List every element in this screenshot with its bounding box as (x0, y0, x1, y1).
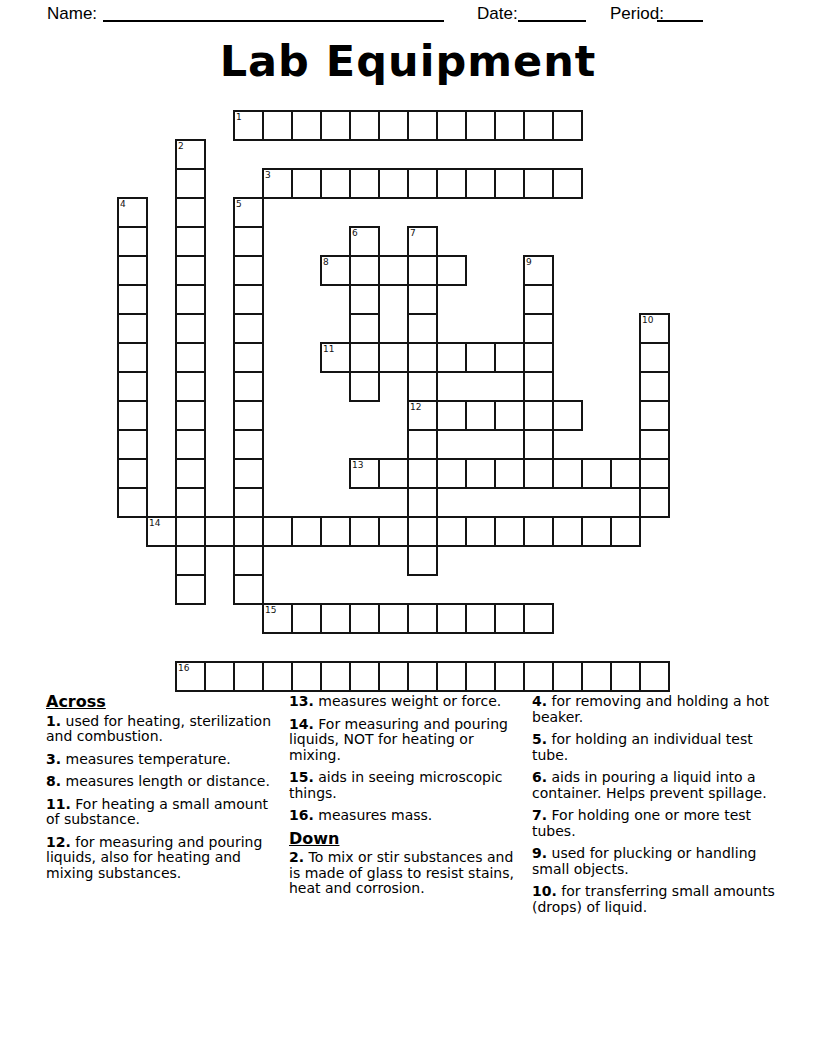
grid-cell[interactable] (465, 458, 496, 489)
grid-cell[interactable]: 6 (349, 226, 380, 257)
grid-cell[interactable] (233, 284, 264, 315)
clue-12: 12. for measuring and pouring liquids, a… (46, 835, 281, 882)
name-label: Name: (47, 4, 97, 24)
grid-cell[interactable] (291, 516, 322, 547)
grid-cell[interactable] (407, 458, 438, 489)
clue-number-label: 12. (46, 834, 71, 850)
grid-cell[interactable] (523, 284, 554, 315)
clue-number: 11 (323, 344, 334, 354)
grid-cell[interactable] (436, 516, 467, 547)
grid-cell[interactable] (233, 574, 264, 605)
grid-cell[interactable] (639, 371, 670, 402)
grid-cell[interactable] (320, 110, 351, 141)
grid-cell[interactable] (175, 371, 206, 402)
grid-cell[interactable] (349, 168, 380, 199)
grid-cell[interactable] (465, 400, 496, 431)
grid-cell[interactable] (175, 197, 206, 228)
clue-number-label: 7. (532, 807, 547, 823)
grid-cell[interactable] (175, 516, 206, 547)
clue-number: 6 (352, 228, 358, 238)
grid-cell[interactable] (552, 458, 583, 489)
grid-cell[interactable] (349, 603, 380, 634)
grid-cell[interactable] (175, 226, 206, 257)
grid-cell[interactable] (233, 313, 264, 344)
clue-number: 7 (410, 228, 416, 238)
clue-7: 7. For holding one or more test tubes. (532, 808, 776, 839)
grid-cell[interactable] (552, 400, 583, 431)
grid-cell[interactable] (465, 516, 496, 547)
clue-number: 4 (120, 199, 126, 209)
period-label: Period: (610, 4, 664, 24)
grid-cell[interactable] (407, 429, 438, 460)
grid-cell[interactable] (117, 313, 148, 344)
clue-list-heading-down: Down (289, 831, 527, 847)
clue-number-label: 15. (289, 769, 314, 785)
grid-cell[interactable]: 15 (262, 603, 293, 634)
grid-cell[interactable] (494, 603, 525, 634)
grid-cell[interactable]: 12 (407, 400, 438, 431)
grid-cell[interactable]: 8 (320, 255, 351, 286)
clue-number-label: 5. (532, 731, 547, 747)
clue-13: 13. measures weight or force. (289, 694, 527, 710)
grid-cell[interactable] (523, 313, 554, 344)
grid-cell[interactable] (117, 342, 148, 373)
grid-cell[interactable] (494, 516, 525, 547)
grid-cell[interactable] (349, 255, 380, 286)
grid-cell[interactable] (117, 458, 148, 489)
grid-cell[interactable] (117, 255, 148, 286)
grid-cell[interactable] (233, 487, 264, 518)
grid-cell[interactable] (523, 168, 554, 199)
grid-cell[interactable] (465, 661, 496, 692)
grid-cell[interactable]: 10 (639, 313, 670, 344)
grid-cell[interactable] (407, 371, 438, 402)
grid-cell[interactable] (320, 516, 351, 547)
clues-column-across: Across1. used for heating, sterilization… (46, 694, 281, 888)
grid-cell[interactable] (407, 603, 438, 634)
grid-cell[interactable] (552, 110, 583, 141)
clue-number: 13 (352, 460, 363, 470)
grid-cell[interactable] (436, 255, 467, 286)
clue-3: 3. measures temperature. (46, 752, 281, 768)
grid-cell[interactable]: 11 (320, 342, 351, 373)
clue-number-label: 16. (289, 807, 314, 823)
clue-number: 2 (178, 141, 184, 151)
grid-cell[interactable] (117, 487, 148, 518)
clue-9: 9. used for plucking or handling small o… (532, 846, 776, 877)
grid-cell[interactable] (552, 661, 583, 692)
clue-11: 11. For heating a small amount of substa… (46, 797, 281, 828)
grid-cell[interactable] (407, 487, 438, 518)
grid-cell[interactable] (262, 661, 293, 692)
grid-cell[interactable]: 5 (233, 197, 264, 228)
grid-cell[interactable] (407, 342, 438, 373)
grid-cell[interactable] (639, 342, 670, 373)
grid-cell[interactable] (436, 110, 467, 141)
grid-cell[interactable] (204, 516, 235, 547)
worksheet-page: Name: Date: Period: Lab Equipment 123456… (0, 0, 816, 1056)
grid-cell[interactable] (262, 516, 293, 547)
grid-cell[interactable] (407, 516, 438, 547)
grid-cell[interactable]: 2 (175, 139, 206, 170)
clue-number-label: 9. (532, 845, 547, 861)
clue-number: 16 (178, 663, 189, 673)
clue-number: 1 (236, 112, 242, 122)
grid-cell[interactable] (610, 661, 641, 692)
grid-cell[interactable] (639, 661, 670, 692)
grid-cell[interactable] (378, 458, 409, 489)
grid-cell[interactable] (117, 284, 148, 315)
grid-cell[interactable] (494, 458, 525, 489)
clue-14: 14. For measuring and pouring liquids, N… (289, 717, 527, 764)
grid-cell[interactable] (610, 458, 641, 489)
grid-cell[interactable] (320, 661, 351, 692)
grid-cell[interactable] (639, 429, 670, 460)
grid-cell[interactable] (233, 458, 264, 489)
grid-cell[interactable] (436, 603, 467, 634)
clues-column-down: 4. for removing and holding a hot beaker… (532, 694, 776, 922)
grid-cell[interactable] (233, 226, 264, 257)
grid-cell[interactable] (378, 661, 409, 692)
clue-10: 10. for transferring small amounts (drop… (532, 884, 776, 915)
grid-cell[interactable] (436, 400, 467, 431)
grid-cell[interactable] (291, 603, 322, 634)
grid-cell[interactable] (175, 458, 206, 489)
grid-cell[interactable] (320, 603, 351, 634)
grid-cell[interactable] (407, 255, 438, 286)
clue-number-label: 3. (46, 751, 61, 767)
grid-cell[interactable] (465, 603, 496, 634)
grid-cell[interactable] (349, 313, 380, 344)
grid-cell[interactable] (233, 661, 264, 692)
grid-cell[interactable] (581, 661, 612, 692)
grid-cell[interactable] (349, 110, 380, 141)
grid-cell[interactable] (639, 400, 670, 431)
name-blank-line (103, 2, 444, 22)
grid-cell[interactable] (262, 110, 293, 141)
grid-cell[interactable] (436, 168, 467, 199)
grid-cell[interactable] (465, 168, 496, 199)
grid-cell[interactable] (291, 110, 322, 141)
clue-number-label: 1. (46, 713, 61, 729)
clue-number: 10 (642, 315, 653, 325)
grid-cell[interactable] (233, 516, 264, 547)
grid-cell[interactable] (117, 226, 148, 257)
clue-number-label: 4. (532, 693, 547, 709)
grid-cell[interactable] (175, 487, 206, 518)
date-blank-line (518, 2, 586, 22)
grid-cell[interactable] (407, 313, 438, 344)
period-blank-line (657, 2, 703, 22)
grid-cell[interactable] (523, 516, 554, 547)
clue-number-label: 11. (46, 796, 71, 812)
grid-cell[interactable]: 13 (349, 458, 380, 489)
grid-cell[interactable] (378, 168, 409, 199)
clues-column-middle: 13. measures weight or force.14. For mea… (289, 694, 527, 904)
grid-cell[interactable]: 1 (233, 110, 264, 141)
grid-cell[interactable] (523, 110, 554, 141)
grid-cell[interactable] (639, 487, 670, 518)
clue-number: 15 (265, 605, 276, 615)
clue-number: 14 (149, 518, 160, 528)
date-label: Date: (477, 4, 518, 24)
clue-list-heading-across: Across (46, 694, 281, 710)
grid-cell[interactable] (523, 458, 554, 489)
grid-cell[interactable] (610, 516, 641, 547)
grid-cell[interactable] (349, 661, 380, 692)
grid-cell[interactable]: 14 (146, 516, 177, 547)
clue-number: 5 (236, 199, 242, 209)
clue-15: 15. aids in seeing microscopic things. (289, 770, 527, 801)
clue-2: 2. To mix or stir substances and is made… (289, 850, 527, 897)
grid-cell[interactable] (320, 168, 351, 199)
grid-cell[interactable] (523, 342, 554, 373)
grid-cell[interactable] (494, 110, 525, 141)
grid-cell[interactable] (175, 284, 206, 315)
clue-number-label: 8. (46, 773, 61, 789)
grid-cell[interactable] (175, 168, 206, 199)
grid-cell[interactable] (117, 371, 148, 402)
grid-cell[interactable] (233, 400, 264, 431)
grid-cell[interactable] (349, 371, 380, 402)
grid-cell[interactable] (465, 110, 496, 141)
grid-cell[interactable] (581, 458, 612, 489)
grid-cell[interactable]: 16 (175, 661, 206, 692)
grid-cell[interactable] (407, 110, 438, 141)
grid-cell[interactable] (175, 574, 206, 605)
grid-cell[interactable] (349, 284, 380, 315)
grid-cell[interactable] (378, 342, 409, 373)
clue-number-label: 6. (532, 769, 547, 785)
clue-number-label: 14. (289, 716, 314, 732)
grid-cell[interactable] (581, 516, 612, 547)
grid-cell[interactable] (175, 313, 206, 344)
grid-cell[interactable] (465, 342, 496, 373)
clue-8: 8. measures length or distance. (46, 774, 281, 790)
grid-cell[interactable] (175, 342, 206, 373)
grid-cell[interactable] (407, 168, 438, 199)
grid-cell[interactable] (407, 284, 438, 315)
grid-cell[interactable] (407, 661, 438, 692)
grid-cell[interactable] (436, 458, 467, 489)
grid-cell[interactable] (523, 400, 554, 431)
grid-cell[interactable] (233, 545, 264, 576)
grid-cell[interactable] (494, 168, 525, 199)
grid-cell[interactable] (117, 429, 148, 460)
grid-cell[interactable]: 4 (117, 197, 148, 228)
grid-cell[interactable] (291, 661, 322, 692)
clue-number: 8 (323, 257, 329, 267)
grid-cell[interactable]: 9 (523, 255, 554, 286)
grid-cell[interactable] (407, 545, 438, 576)
clue-number-label: 10. (532, 883, 557, 899)
grid-cell[interactable] (233, 255, 264, 286)
grid-cell[interactable] (349, 516, 380, 547)
grid-cell[interactable] (378, 110, 409, 141)
grid-cell[interactable] (378, 516, 409, 547)
grid-cell[interactable]: 7 (407, 226, 438, 257)
grid-cell[interactable] (349, 342, 380, 373)
grid-cell[interactable] (175, 255, 206, 286)
clue-number-label: 13. (289, 693, 314, 709)
clue-5: 5. for holding an individual test tube. (532, 732, 776, 763)
grid-cell[interactable] (378, 255, 409, 286)
clue-number: 3 (265, 170, 271, 180)
grid-cell[interactable] (291, 168, 322, 199)
grid-cell[interactable] (494, 342, 525, 373)
grid-cell[interactable] (204, 661, 235, 692)
grid-cell[interactable] (233, 342, 264, 373)
grid-cell[interactable] (523, 603, 554, 634)
grid-cell[interactable]: 3 (262, 168, 293, 199)
grid-cell[interactable] (436, 342, 467, 373)
grid-cell[interactable] (378, 603, 409, 634)
grid-cell[interactable] (552, 168, 583, 199)
clue-1: 1. used for heating, sterilization and c… (46, 714, 281, 745)
grid-cell[interactable] (233, 429, 264, 460)
grid-cell[interactable] (523, 661, 554, 692)
grid-cell[interactable] (175, 429, 206, 460)
grid-cell[interactable] (494, 661, 525, 692)
clue-number: 9 (526, 257, 532, 267)
page-title: Lab Equipment (0, 36, 816, 86)
grid-cell[interactable] (523, 371, 554, 402)
grid-cell[interactable] (175, 545, 206, 576)
grid-cell[interactable] (436, 661, 467, 692)
grid-cell[interactable] (523, 429, 554, 460)
clue-number-label: 2. (289, 849, 304, 865)
grid-cell[interactable] (552, 516, 583, 547)
grid-cell[interactable] (233, 371, 264, 402)
clue-4: 4. for removing and holding a hot beaker… (532, 694, 776, 725)
grid-cell[interactable] (117, 400, 148, 431)
crossword-grid: 12345678910111213141516 (117, 110, 668, 690)
grid-cell[interactable] (639, 458, 670, 489)
clue-16: 16. measures mass. (289, 808, 527, 824)
grid-cell[interactable] (494, 400, 525, 431)
grid-cell[interactable] (175, 400, 206, 431)
clue-6: 6. aids in pouring a liquid into a conta… (532, 770, 776, 801)
clue-number: 12 (410, 402, 421, 412)
